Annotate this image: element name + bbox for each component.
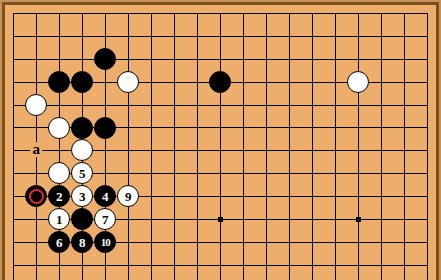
move-number: 5 [79,167,86,180]
move-number: 6 [56,236,63,249]
go-board-diagram: 52349176810 a [0,0,441,280]
black-stone-cd [48,71,70,93]
move-number: 7 [102,213,109,226]
board-frame-top [2,2,439,5]
circle-mark-icon [29,189,44,204]
move-number: 2 [56,190,63,203]
move-number: 4 [102,190,109,203]
black-stone-jd [209,71,231,93]
black-stone-ec [94,48,116,70]
move-number: 10 [101,237,110,248]
white-stone-fd [117,71,139,93]
white-stone-be [25,94,47,116]
move-number: 1 [56,213,63,226]
black-stone-ef [94,117,116,139]
white-stone-pd [347,71,369,93]
hoshi-point [218,217,223,222]
board-frame-left [2,2,5,280]
black-stone-dd [71,71,93,93]
move-number: 3 [79,190,86,203]
board-frame-right [436,2,439,280]
black-stone-df [71,117,93,139]
point-label-a: a [31,143,43,158]
move-number: 8 [79,236,86,249]
hoshi-point [356,217,361,222]
move-number: 9 [125,190,132,203]
white-stone-cf [48,117,70,139]
